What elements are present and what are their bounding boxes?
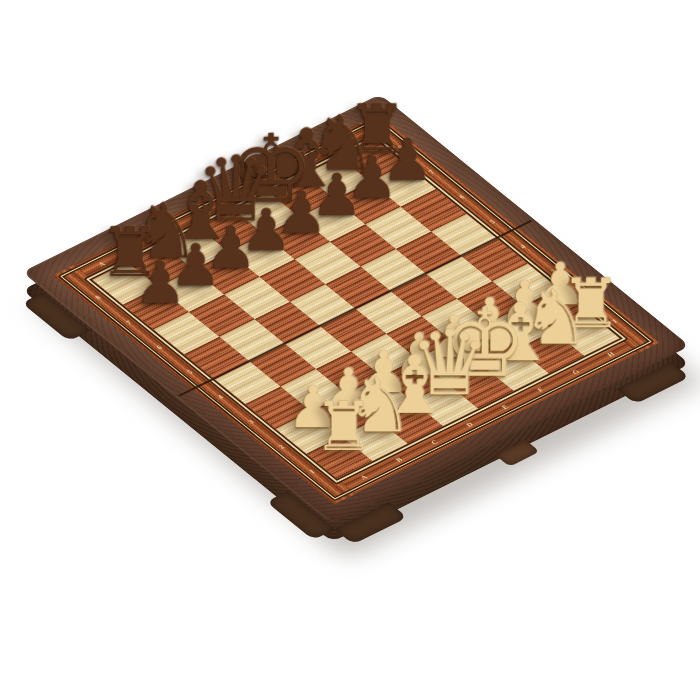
board-top-surface: ABCDEFGH ABCDEFGH 87654321 87654321 ♜♞♝♛…	[22, 94, 690, 524]
piece-black-knight-b8: ♞	[110, 159, 220, 269]
piece-black-rook-a8: ♜	[75, 177, 185, 287]
piece-white-pawn-d2: ♟	[364, 273, 474, 383]
piece-black-pawn-e7: ♟	[247, 132, 357, 242]
piece-black-king-e8: ♚	[216, 107, 326, 217]
piece-black-bishop-c8: ♝	[145, 142, 255, 252]
black-pawn-icon: ♟	[205, 219, 257, 277]
piece-black-pawn-b7: ♟	[141, 184, 251, 294]
white-bishop-icon: ♝	[484, 293, 556, 373]
white-queen-icon: ♛	[409, 318, 490, 408]
piece-black-pawn-f7: ♟	[282, 114, 392, 224]
piece-black-pawn-a7: ♟	[105, 202, 215, 312]
black-knight-icon: ♞	[131, 193, 199, 269]
piece-white-pawn-g2: ♟	[470, 221, 580, 331]
piece-white-bishop-c1: ♝	[359, 316, 469, 426]
piece-black-pawn-g7: ♟	[317, 97, 427, 207]
black-bishop-icon: ♝	[165, 172, 237, 252]
piece-white-rook-h1: ♜	[536, 228, 646, 338]
piece-black-bishop-f8: ♝	[251, 89, 361, 199]
piece-white-knight-b1: ♞	[324, 333, 434, 443]
black-bishop-icon: ♝	[270, 119, 342, 199]
piece-white-pawn-e2: ♟	[399, 256, 509, 366]
piece-black-pawn-h7: ♟	[352, 79, 462, 189]
piece-white-rook-a1: ♜	[289, 351, 399, 461]
white-pawn-icon: ♟	[393, 325, 445, 383]
white-pawn-icon: ♟	[464, 290, 516, 348]
black-king-icon: ♚	[229, 123, 313, 217]
white-rook-icon: ♜	[313, 393, 374, 461]
white-bishop-icon: ♝	[379, 346, 451, 426]
piece-black-pawn-d7: ♟	[211, 149, 321, 259]
white-pawn-icon: ♟	[358, 343, 410, 401]
piece-black-pawn-c7: ♟	[176, 167, 286, 277]
white-knight-icon: ♞	[345, 367, 413, 443]
black-rook-icon: ♜	[346, 96, 407, 164]
black-pawn-icon: ♟	[381, 131, 433, 189]
piece-white-king-e1: ♚	[430, 281, 540, 391]
white-king-icon: ♚	[443, 297, 527, 391]
white-pawn-icon: ♟	[499, 273, 551, 331]
white-rook-icon: ♜	[560, 270, 621, 338]
black-rook-icon: ♜	[99, 219, 160, 287]
black-pawn-icon: ♟	[170, 236, 222, 294]
piece-white-pawn-c2: ♟	[329, 291, 439, 401]
white-pawn-icon: ♟	[428, 308, 480, 366]
white-pawn-icon: ♟	[323, 361, 375, 419]
chess-set-product-photo: ABCDEFGH ABCDEFGH 87654321 87654321 ♜♞♝♛…	[0, 0, 700, 700]
black-queen-icon: ♛	[195, 144, 276, 234]
piece-black-rook-h8: ♜	[322, 54, 432, 164]
pieces-layer: ♜♞♝♛♚♝♞♜♟♟♟♟♟♟♟♟♟♟♟♟♟♟♟♟♜♞♝♛♚♝♞♜	[22, 94, 690, 524]
black-knight-icon: ♞	[308, 106, 376, 182]
white-pawn-icon: ♟	[534, 255, 586, 313]
white-pawn-icon: ♟	[287, 378, 339, 436]
piece-black-queen-d8: ♛	[181, 124, 291, 234]
piece-white-pawn-a2: ♟	[258, 326, 368, 436]
piece-black-knight-g8: ♞	[287, 72, 397, 182]
black-pawn-icon: ♟	[240, 201, 292, 259]
piece-white-queen-d1: ♛	[395, 298, 505, 408]
black-pawn-icon: ♟	[134, 254, 186, 312]
piece-white-pawn-h2: ♟	[505, 203, 615, 313]
piece-white-pawn-f2: ♟	[435, 238, 545, 348]
piece-white-knight-g1: ♞	[501, 246, 611, 356]
black-pawn-icon: ♟	[311, 166, 363, 224]
piece-white-pawn-b2: ♟	[294, 309, 404, 419]
piece-white-bishop-f1: ♝	[465, 263, 575, 373]
white-knight-icon: ♞	[521, 280, 589, 356]
black-pawn-icon: ♟	[346, 149, 398, 207]
black-pawn-icon: ♟	[276, 184, 328, 242]
